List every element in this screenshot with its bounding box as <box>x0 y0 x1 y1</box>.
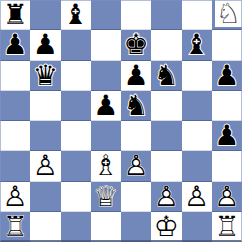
square-f1[interactable]: ♚♔ <box>151 212 181 242</box>
square-a5[interactable] <box>0 91 30 121</box>
square-a7[interactable]: ♟♟ <box>0 30 30 60</box>
square-e7[interactable]: ♚♚ <box>121 30 151 60</box>
square-d8[interactable] <box>91 0 121 30</box>
square-f7[interactable] <box>151 30 181 60</box>
square-h4[interactable]: ♟♟ <box>212 121 242 151</box>
square-a1[interactable]: ♜♖ <box>0 212 30 242</box>
square-b5[interactable] <box>30 91 60 121</box>
white-pawn-icon[interactable]: ♟♙ <box>212 182 242 212</box>
square-b4[interactable] <box>30 121 60 151</box>
square-d7[interactable] <box>91 30 121 60</box>
chess-board: ♜♜♝♝♞♘♟♟♟♟♚♚♝♝♛♛♟♟♞♞♟♟♟♟♞♞♟♟♟♙♝♗♟♙♟♙♛♕♟♙… <box>0 0 242 242</box>
square-e1[interactable] <box>121 212 151 242</box>
black-bishop-icon[interactable]: ♝♝ <box>61 0 91 30</box>
square-d4[interactable] <box>91 121 121 151</box>
square-h2[interactable]: ♟♙ <box>212 182 242 212</box>
white-rook-icon[interactable]: ♜♖ <box>0 212 30 242</box>
white-pawn-icon[interactable]: ♟♙ <box>121 151 151 181</box>
black-queen-icon[interactable]: ♛♛ <box>30 61 60 91</box>
square-g3[interactable] <box>182 151 212 181</box>
black-pawn-icon[interactable]: ♟♟ <box>212 61 242 91</box>
black-knight-icon[interactable]: ♞♞ <box>121 91 151 121</box>
square-b1[interactable] <box>30 212 60 242</box>
square-e5[interactable]: ♞♞ <box>121 91 151 121</box>
white-pawn-icon[interactable]: ♟♙ <box>182 182 212 212</box>
square-g2[interactable]: ♟♙ <box>182 182 212 212</box>
black-rook-icon[interactable]: ♜♜ <box>0 0 30 30</box>
square-f4[interactable] <box>151 121 181 151</box>
square-d3[interactable]: ♝♗ <box>91 151 121 181</box>
square-c3[interactable] <box>61 151 91 181</box>
square-a6[interactable] <box>0 61 30 91</box>
square-e8[interactable] <box>121 0 151 30</box>
black-king-icon[interactable]: ♚♚ <box>121 30 151 60</box>
square-h8[interactable]: ♞♘ <box>212 0 242 30</box>
square-f5[interactable] <box>151 91 181 121</box>
square-c4[interactable] <box>61 121 91 151</box>
black-pawn-icon[interactable]: ♟♟ <box>30 30 60 60</box>
square-f3[interactable] <box>151 151 181 181</box>
square-g6[interactable] <box>182 61 212 91</box>
square-b7[interactable]: ♟♟ <box>30 30 60 60</box>
square-c1[interactable] <box>61 212 91 242</box>
square-h3[interactable] <box>212 151 242 181</box>
black-pawn-icon[interactable]: ♟♟ <box>91 91 121 121</box>
square-c2[interactable] <box>61 182 91 212</box>
square-g5[interactable] <box>182 91 212 121</box>
square-h1[interactable]: ♜♖ <box>212 212 242 242</box>
square-b3[interactable]: ♟♙ <box>30 151 60 181</box>
square-b2[interactable] <box>30 182 60 212</box>
black-pawn-icon[interactable]: ♟♟ <box>0 30 30 60</box>
square-d2[interactable]: ♛♕ <box>91 182 121 212</box>
square-d6[interactable] <box>91 61 121 91</box>
white-pawn-icon[interactable]: ♟♙ <box>30 151 60 181</box>
square-f8[interactable] <box>151 0 181 30</box>
white-queen-icon[interactable]: ♛♕ <box>91 182 121 212</box>
square-a4[interactable] <box>0 121 30 151</box>
square-a3[interactable] <box>0 151 30 181</box>
square-a8[interactable]: ♜♜ <box>0 0 30 30</box>
black-bishop-icon[interactable]: ♝♝ <box>182 30 212 60</box>
square-d1[interactable] <box>91 212 121 242</box>
square-g1[interactable] <box>182 212 212 242</box>
white-bishop-icon[interactable]: ♝♗ <box>91 151 121 181</box>
square-b6[interactable]: ♛♛ <box>30 61 60 91</box>
white-king-icon[interactable]: ♚♔ <box>151 212 181 242</box>
white-knight-icon[interactable]: ♞♘ <box>215 0 242 27</box>
square-h7[interactable] <box>212 30 242 60</box>
square-g4[interactable] <box>182 121 212 151</box>
square-e2[interactable] <box>121 182 151 212</box>
square-e3[interactable]: ♟♙ <box>121 151 151 181</box>
square-e4[interactable] <box>121 121 151 151</box>
piece-sprite-white-background: ♞♘ <box>215 0 242 27</box>
white-rook-icon[interactable]: ♜♖ <box>212 212 242 242</box>
square-a2[interactable]: ♟♙ <box>0 182 30 212</box>
black-pawn-icon[interactable]: ♟♟ <box>212 121 242 151</box>
square-g8[interactable] <box>182 0 212 30</box>
square-d5[interactable]: ♟♟ <box>91 91 121 121</box>
black-knight-icon[interactable]: ♞♞ <box>151 61 181 91</box>
square-e6[interactable]: ♟♟ <box>121 61 151 91</box>
square-c6[interactable] <box>61 61 91 91</box>
square-c5[interactable] <box>61 91 91 121</box>
white-pawn-icon[interactable]: ♟♙ <box>151 182 181 212</box>
square-h5[interactable] <box>212 91 242 121</box>
square-c8[interactable]: ♝♝ <box>61 0 91 30</box>
square-g7[interactable]: ♝♝ <box>182 30 212 60</box>
square-f6[interactable]: ♞♞ <box>151 61 181 91</box>
square-c7[interactable] <box>61 30 91 60</box>
black-pawn-icon[interactable]: ♟♟ <box>121 61 151 91</box>
square-b8[interactable] <box>30 0 60 30</box>
square-h6[interactable]: ♟♟ <box>212 61 242 91</box>
square-f2[interactable]: ♟♙ <box>151 182 181 212</box>
white-pawn-icon[interactable]: ♟♙ <box>0 182 30 212</box>
